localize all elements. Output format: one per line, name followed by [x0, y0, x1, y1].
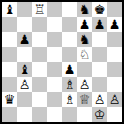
white-pawn: ♙	[94, 92, 106, 107]
square-a5[interactable]	[2, 47, 17, 62]
square-c6[interactable]	[32, 32, 47, 47]
square-f2[interactable]: ♕	[77, 92, 92, 107]
square-a1[interactable]	[2, 107, 17, 122]
square-a7[interactable]	[2, 17, 17, 32]
square-e7[interactable]	[62, 17, 77, 32]
square-g8[interactable]: ♚	[92, 2, 107, 17]
black-pawn: ♟	[94, 17, 106, 32]
square-b6[interactable]: ♟	[17, 32, 32, 47]
square-e5[interactable]	[62, 47, 77, 62]
square-e8[interactable]	[62, 2, 77, 17]
square-d3[interactable]	[47, 77, 62, 92]
square-b4[interactable]: ♝	[17, 62, 32, 77]
square-a4[interactable]	[2, 62, 17, 77]
black-pawn: ♟	[109, 17, 121, 32]
square-b3[interactable]: ♙	[17, 77, 32, 92]
white-bishop: ♗	[64, 92, 76, 107]
square-h4[interactable]	[107, 62, 122, 77]
square-c5[interactable]	[32, 47, 47, 62]
square-h1[interactable]	[107, 107, 122, 122]
square-c2[interactable]	[32, 92, 47, 107]
black-pawn: ♟	[64, 62, 76, 77]
square-f4[interactable]	[77, 62, 92, 77]
white-king: ♔	[94, 107, 106, 122]
chess-board: ♝♖♞♚♟♟♟♟♞♘♝♟♙♗♙♛♗♕♙♙♔	[2, 2, 122, 122]
black-queen: ♛	[4, 92, 16, 107]
square-d8[interactable]	[47, 2, 62, 17]
square-b1[interactable]	[17, 107, 32, 122]
square-e3[interactable]: ♗	[62, 77, 77, 92]
square-h7[interactable]: ♟	[107, 17, 122, 32]
square-b5[interactable]	[17, 47, 32, 62]
chess-board-frame: ♝♖♞♚♟♟♟♟♞♘♝♟♙♗♙♛♗♕♙♙♔	[0, 0, 124, 124]
square-g2[interactable]: ♙	[92, 92, 107, 107]
square-f1[interactable]	[77, 107, 92, 122]
square-d1[interactable]	[47, 107, 62, 122]
white-queen: ♕	[79, 92, 91, 107]
square-h3[interactable]	[107, 77, 122, 92]
white-pawn: ♙	[19, 77, 31, 92]
square-b7[interactable]	[17, 17, 32, 32]
square-a2[interactable]: ♛	[2, 92, 17, 107]
square-h6[interactable]	[107, 32, 122, 47]
square-c3[interactable]	[32, 77, 47, 92]
square-f8[interactable]: ♞	[77, 2, 92, 17]
white-bishop: ♗	[64, 77, 76, 92]
square-g6[interactable]	[92, 32, 107, 47]
square-b8[interactable]	[17, 2, 32, 17]
white-pawn: ♙	[109, 92, 121, 107]
square-a8[interactable]: ♝	[2, 2, 17, 17]
square-h2[interactable]: ♙	[107, 92, 122, 107]
black-bishop: ♝	[4, 2, 16, 17]
square-e6[interactable]	[62, 32, 77, 47]
square-f5[interactable]: ♘	[77, 47, 92, 62]
square-g4[interactable]	[92, 62, 107, 77]
square-f6[interactable]: ♞	[77, 32, 92, 47]
square-d5[interactable]	[47, 47, 62, 62]
square-e2[interactable]: ♗	[62, 92, 77, 107]
square-c8[interactable]: ♖	[32, 2, 47, 17]
square-g7[interactable]: ♟	[92, 17, 107, 32]
black-knight: ♞	[79, 32, 91, 47]
black-king: ♚	[94, 2, 106, 17]
white-rook: ♖	[34, 2, 46, 17]
square-d2[interactable]	[47, 92, 62, 107]
black-pawn: ♟	[19, 32, 31, 47]
square-h5[interactable]	[107, 47, 122, 62]
square-g5[interactable]	[92, 47, 107, 62]
square-e1[interactable]	[62, 107, 77, 122]
square-f7[interactable]: ♟	[77, 17, 92, 32]
square-c4[interactable]	[32, 62, 47, 77]
square-c1[interactable]	[32, 107, 47, 122]
black-pawn: ♟	[79, 17, 91, 32]
square-h8[interactable]	[107, 2, 122, 17]
white-pawn: ♙	[79, 77, 91, 92]
white-knight: ♘	[79, 47, 91, 62]
square-d4[interactable]	[47, 62, 62, 77]
square-d6[interactable]	[47, 32, 62, 47]
square-f3[interactable]: ♙	[77, 77, 92, 92]
black-bishop: ♝	[19, 62, 31, 77]
square-g3[interactable]	[92, 77, 107, 92]
square-b2[interactable]	[17, 92, 32, 107]
square-e4[interactable]: ♟	[62, 62, 77, 77]
square-c7[interactable]	[32, 17, 47, 32]
square-a6[interactable]	[2, 32, 17, 47]
square-a3[interactable]	[2, 77, 17, 92]
black-knight: ♞	[79, 2, 91, 17]
square-d7[interactable]	[47, 17, 62, 32]
square-g1[interactable]: ♔	[92, 107, 107, 122]
